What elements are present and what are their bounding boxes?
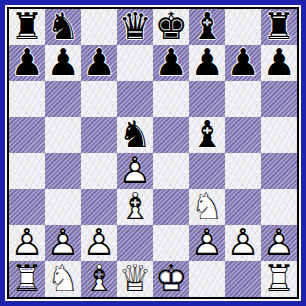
black-queen-piece: ♛ — [117, 9, 153, 45]
chess-board: ♜♞♛♚♝♜♟♟♟♟♟♟♟♞♝♟♙♝♗♞♘♟♙♟♙♟♙♟♙♟♙♟♙♜♖♞♘♝♗♛… — [7, 7, 299, 299]
square-c6[interactable] — [81, 81, 117, 117]
square-c4[interactable] — [81, 153, 117, 189]
square-a4[interactable] — [9, 153, 45, 189]
square-b8[interactable]: ♞ — [45, 9, 81, 45]
white-piece-outline: ♔ — [153, 261, 189, 297]
square-h5[interactable] — [261, 117, 297, 153]
square-d5[interactable]: ♞ — [117, 117, 153, 153]
white-pawn-piece: ♟♙ — [189, 225, 225, 261]
square-d7[interactable] — [117, 45, 153, 81]
square-b2[interactable]: ♟♙ — [45, 225, 81, 261]
black-pawn-piece: ♟ — [9, 45, 45, 81]
square-c7[interactable]: ♟ — [81, 45, 117, 81]
white-piece-outline: ♗ — [81, 261, 117, 297]
square-g6[interactable] — [225, 81, 261, 117]
square-b3[interactable] — [45, 189, 81, 225]
square-c5[interactable] — [81, 117, 117, 153]
square-g5[interactable] — [225, 117, 261, 153]
white-knight-piece: ♞♘ — [45, 261, 81, 297]
square-c2[interactable]: ♟♙ — [81, 225, 117, 261]
square-h8[interactable]: ♜ — [261, 9, 297, 45]
board-inner-frame: ♜♞♛♚♝♜♟♟♟♟♟♟♟♞♝♟♙♝♗♞♘♟♙♟♙♟♙♟♙♟♙♟♙♜♖♞♘♝♗♛… — [5, 5, 301, 301]
white-pawn-piece: ♟♙ — [45, 225, 81, 261]
white-rook-piece: ♜♖ — [261, 261, 297, 297]
white-piece-outline: ♙ — [117, 153, 153, 189]
square-e1[interactable]: ♚♔ — [153, 261, 189, 297]
square-f3[interactable]: ♞♘ — [189, 189, 225, 225]
white-pawn-piece: ♟♙ — [117, 153, 153, 189]
square-d8[interactable]: ♛ — [117, 9, 153, 45]
square-c1[interactable]: ♝♗ — [81, 261, 117, 297]
square-c3[interactable] — [81, 189, 117, 225]
square-f1[interactable] — [189, 261, 225, 297]
black-pawn-piece: ♟ — [81, 45, 117, 81]
white-king-piece: ♚♔ — [153, 261, 189, 297]
white-piece-outline: ♙ — [45, 225, 81, 261]
square-e5[interactable] — [153, 117, 189, 153]
white-pawn-piece: ♟♙ — [9, 225, 45, 261]
square-d4[interactable]: ♟♙ — [117, 153, 153, 189]
square-g3[interactable] — [225, 189, 261, 225]
black-pawn-piece: ♟ — [153, 45, 189, 81]
square-f5[interactable]: ♝ — [189, 117, 225, 153]
white-rook-piece: ♜♖ — [9, 261, 45, 297]
white-bishop-piece: ♝♗ — [117, 189, 153, 225]
white-piece-outline: ♖ — [261, 261, 297, 297]
square-e4[interactable] — [153, 153, 189, 189]
white-pawn-piece: ♟♙ — [225, 225, 261, 261]
white-piece-outline: ♘ — [45, 261, 81, 297]
square-e6[interactable] — [153, 81, 189, 117]
black-knight-piece: ♞ — [117, 117, 153, 153]
square-g7[interactable]: ♟ — [225, 45, 261, 81]
black-pawn-piece: ♟ — [225, 45, 261, 81]
square-d2[interactable] — [117, 225, 153, 261]
square-d3[interactable]: ♝♗ — [117, 189, 153, 225]
square-a5[interactable] — [9, 117, 45, 153]
square-c8[interactable] — [81, 9, 117, 45]
black-knight-piece: ♞ — [45, 9, 81, 45]
square-d1[interactable]: ♛♕ — [117, 261, 153, 297]
black-pawn-piece: ♟ — [45, 45, 81, 81]
square-a1[interactable]: ♜♖ — [9, 261, 45, 297]
white-piece-outline: ♙ — [9, 225, 45, 261]
white-piece-outline: ♘ — [189, 189, 225, 225]
square-a6[interactable] — [9, 81, 45, 117]
white-piece-outline: ♙ — [189, 225, 225, 261]
white-piece-outline: ♙ — [261, 225, 297, 261]
square-a8[interactable]: ♜ — [9, 9, 45, 45]
square-f2[interactable]: ♟♙ — [189, 225, 225, 261]
square-h4[interactable] — [261, 153, 297, 189]
black-pawn-piece: ♟ — [189, 45, 225, 81]
white-piece-outline: ♕ — [117, 261, 153, 297]
white-knight-piece: ♞♘ — [189, 189, 225, 225]
square-e3[interactable] — [153, 189, 189, 225]
white-piece-outline: ♙ — [225, 225, 261, 261]
black-bishop-piece: ♝ — [189, 117, 225, 153]
square-b6[interactable] — [45, 81, 81, 117]
white-piece-outline: ♗ — [117, 189, 153, 225]
square-h7[interactable]: ♟ — [261, 45, 297, 81]
square-h3[interactable] — [261, 189, 297, 225]
square-g1[interactable] — [225, 261, 261, 297]
square-a7[interactable]: ♟ — [9, 45, 45, 81]
black-rook-piece: ♜ — [9, 9, 45, 45]
square-f6[interactable] — [189, 81, 225, 117]
square-e7[interactable]: ♟ — [153, 45, 189, 81]
white-bishop-piece: ♝♗ — [81, 261, 117, 297]
square-b4[interactable] — [45, 153, 81, 189]
square-e2[interactable] — [153, 225, 189, 261]
black-pawn-piece: ♟ — [261, 45, 297, 81]
square-a3[interactable] — [9, 189, 45, 225]
square-d6[interactable] — [117, 81, 153, 117]
square-b5[interactable] — [45, 117, 81, 153]
board-frame: ♜♞♛♚♝♜♟♟♟♟♟♟♟♞♝♟♙♝♗♞♘♟♙♟♙♟♙♟♙♟♙♟♙♜♖♞♘♝♗♛… — [0, 0, 306, 306]
white-pawn-piece: ♟♙ — [261, 225, 297, 261]
square-h6[interactable] — [261, 81, 297, 117]
black-king-piece: ♚ — [153, 9, 189, 45]
square-g4[interactable] — [225, 153, 261, 189]
square-f7[interactable]: ♟ — [189, 45, 225, 81]
square-g2[interactable]: ♟♙ — [225, 225, 261, 261]
black-bishop-piece: ♝ — [189, 9, 225, 45]
square-b1[interactable]: ♞♘ — [45, 261, 81, 297]
square-h1[interactable]: ♜♖ — [261, 261, 297, 297]
square-g8[interactable] — [225, 9, 261, 45]
square-h2[interactable]: ♟♙ — [261, 225, 297, 261]
square-f4[interactable] — [189, 153, 225, 189]
white-pawn-piece: ♟♙ — [81, 225, 117, 261]
white-piece-outline: ♖ — [9, 261, 45, 297]
white-queen-piece: ♛♕ — [117, 261, 153, 297]
white-piece-outline: ♙ — [81, 225, 117, 261]
black-rook-piece: ♜ — [261, 9, 297, 45]
square-e8[interactable]: ♚ — [153, 9, 189, 45]
square-b7[interactable]: ♟ — [45, 45, 81, 81]
square-f8[interactable]: ♝ — [189, 9, 225, 45]
square-a2[interactable]: ♟♙ — [9, 225, 45, 261]
